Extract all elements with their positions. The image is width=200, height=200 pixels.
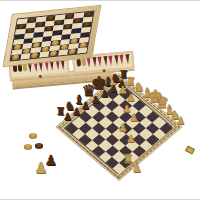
checker-disc-light xyxy=(50,51,58,56)
backgammon-point xyxy=(108,56,113,66)
loose-checker-light xyxy=(29,133,37,139)
backgammon-point xyxy=(125,54,130,64)
drawer-knob xyxy=(39,75,42,78)
backgammon-point xyxy=(86,57,91,67)
backgammon-point xyxy=(97,57,102,67)
loose-pawn-light: ♟ xyxy=(34,161,47,176)
checkers-square xyxy=(77,47,87,53)
checker-disc-light xyxy=(12,55,20,60)
image-border-top xyxy=(0,0,200,1)
loose-pawn-dark: ♟ xyxy=(45,153,58,167)
loose-checker-dark xyxy=(35,143,43,149)
loose-checker-light xyxy=(24,144,32,150)
chess-piece-dark-rook: ♜ xyxy=(56,106,66,117)
checker-disc-light xyxy=(31,53,39,58)
chess-board xyxy=(55,73,182,181)
image-border-bottom xyxy=(0,199,200,200)
chess-grid xyxy=(64,81,173,174)
brass-clasp xyxy=(185,145,195,154)
checker-disc-light xyxy=(69,49,77,54)
backgammon-point xyxy=(92,57,97,67)
stored-piece-light xyxy=(81,58,86,66)
backgammon-point xyxy=(55,60,60,70)
backgammon-point xyxy=(103,56,108,66)
backgammon-point xyxy=(60,60,65,70)
checkers-board xyxy=(9,10,94,61)
backgammon-points xyxy=(86,54,129,68)
product-photo: ♜♞♝♛♚♝♞♜♟♟♟♟♟♟♟♜♞♝♚♛♝♞♟♟♟♟♟♟♟♜♟♟♟ xyxy=(0,0,200,200)
backgammon-point xyxy=(119,55,124,65)
backgammon-point xyxy=(114,55,119,65)
checkers-lid xyxy=(3,5,102,68)
stored-piece-dark xyxy=(76,58,81,66)
